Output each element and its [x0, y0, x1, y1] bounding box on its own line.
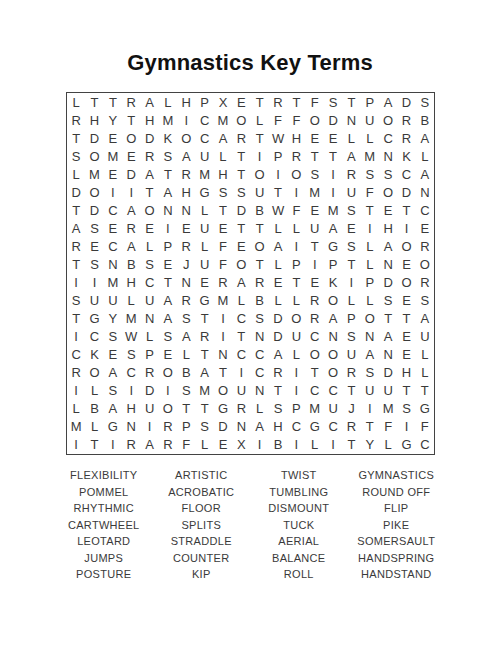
grid-cell: G — [195, 183, 213, 201]
grid-cell: E — [324, 129, 342, 147]
grid-cell: R — [159, 418, 177, 436]
grid-cell: L — [361, 129, 379, 147]
grid-cell: R — [342, 418, 360, 436]
grid-cell: T — [232, 328, 250, 346]
grid-cell: I — [232, 364, 250, 382]
grid-cell: R — [177, 237, 195, 255]
grid-cell: C — [104, 237, 122, 255]
grid-cell: T — [67, 201, 85, 219]
grid-cell: H — [379, 219, 397, 237]
grid-cell: R — [251, 273, 269, 291]
grid-cell: D — [67, 183, 85, 201]
grid-cell: I — [361, 219, 379, 237]
grid-cell: Y — [361, 436, 379, 454]
grid-cell: E — [397, 255, 415, 273]
grid-cell: E — [104, 165, 122, 183]
grid-cell: M — [324, 201, 342, 219]
word-list-item: SPLITS — [181, 520, 221, 531]
grid-cell: T — [342, 255, 360, 273]
grid-cell: T — [195, 310, 213, 328]
grid-cell: T — [85, 436, 103, 454]
grid-cell: F — [214, 237, 232, 255]
word-list-column: GYMNASTICSROUND OFFFLIPPIKESOMERSAULTHAN… — [348, 470, 446, 586]
grid-cell: D — [379, 364, 397, 382]
grid-cell: E — [140, 219, 158, 237]
grid-cell: G — [214, 400, 232, 418]
grid-cell: I — [251, 147, 269, 165]
grid-cell: R — [306, 310, 324, 328]
grid-cell: E — [104, 219, 122, 237]
grid-cell: Y — [104, 310, 122, 328]
grid-cell: T — [361, 418, 379, 436]
grid-cell: T — [342, 382, 360, 400]
grid-cell: L — [306, 436, 324, 454]
grid-cell: I — [159, 382, 177, 400]
grid-cell: L — [342, 129, 360, 147]
grid-cell: B — [85, 400, 103, 418]
grid-cell: A — [324, 310, 342, 328]
grid-cell: R — [214, 273, 232, 291]
grid-cell: T — [251, 129, 269, 147]
grid-cell: U — [232, 382, 250, 400]
grid-cell: T — [232, 147, 250, 165]
grid-cell: A — [104, 400, 122, 418]
grid-cell: N — [104, 255, 122, 273]
grid-cell: I — [324, 183, 342, 201]
grid-cell: A — [140, 93, 158, 111]
grid-cell: J — [342, 400, 360, 418]
grid-cell: R — [342, 165, 360, 183]
grid-cell: F — [287, 111, 305, 129]
grid-cell: W — [122, 328, 140, 346]
grid-cell: I — [342, 273, 360, 291]
grid-cell: F — [361, 183, 379, 201]
grid-cell: E — [177, 219, 195, 237]
grid-cell: I — [324, 165, 342, 183]
grid-cell: S — [269, 400, 287, 418]
grid-cell: M — [159, 111, 177, 129]
grid-cell: P — [361, 273, 379, 291]
word-list-item: STRADDLE — [171, 536, 232, 547]
grid-cell: O — [159, 400, 177, 418]
grid-cell: E — [159, 346, 177, 364]
word-list-item: AERIAL — [278, 536, 319, 547]
grid-cell: H — [122, 400, 140, 418]
grid-cell: E — [269, 273, 287, 291]
grid-cell: T — [122, 111, 140, 129]
grid-cell: L — [140, 328, 158, 346]
grid-cell: T — [306, 147, 324, 165]
grid-cell: I — [140, 418, 158, 436]
grid-cell: P — [361, 93, 379, 111]
grid-cell: L — [232, 292, 250, 310]
grid-cell: M — [67, 418, 85, 436]
grid-cell: C — [195, 111, 213, 129]
grid-cell: I — [67, 273, 85, 291]
grid-cell: E — [306, 201, 324, 219]
grid-cell: P — [140, 346, 158, 364]
grid-cell: G — [85, 310, 103, 328]
grid-cell: R — [195, 328, 213, 346]
grid-cell: O — [214, 382, 232, 400]
grid-cell: I — [287, 183, 305, 201]
grid-cell: R — [306, 292, 324, 310]
grid-cell: N — [177, 201, 195, 219]
grid-cell: E — [195, 273, 213, 291]
word-list-item: JUMPS — [84, 553, 123, 564]
grid-cell: S — [416, 292, 434, 310]
grid-cell: D — [122, 165, 140, 183]
grid-cell: O — [251, 165, 269, 183]
grid-cell: L — [361, 237, 379, 255]
grid-cell: R — [416, 237, 434, 255]
grid-cell: L — [85, 382, 103, 400]
grid-cell: U — [195, 255, 213, 273]
grid-cell: S — [214, 183, 232, 201]
grid-cell: N — [232, 418, 250, 436]
grid-cell: T — [159, 273, 177, 291]
grid-cell: O — [397, 273, 415, 291]
grid-cell: C — [67, 346, 85, 364]
grid-cell: S — [104, 328, 122, 346]
grid-cell: L — [159, 93, 177, 111]
grid-cell: N — [159, 201, 177, 219]
grid-cell: N — [342, 111, 360, 129]
grid-cell: S — [232, 183, 250, 201]
grid-cell: T — [287, 273, 305, 291]
grid-cell: A — [140, 165, 158, 183]
grid-cell: I — [67, 436, 85, 454]
grid-cell: D — [397, 183, 415, 201]
grid-cell: M — [361, 147, 379, 165]
grid-cell: O — [140, 201, 158, 219]
grid-cell: M — [306, 400, 324, 418]
grid-cell: T — [397, 201, 415, 219]
grid-cell: C — [140, 273, 158, 291]
grid-cell: U — [140, 292, 158, 310]
word-list-item: FLOOR — [182, 503, 221, 514]
grid-cell: A — [361, 346, 379, 364]
grid-cell: S — [122, 346, 140, 364]
grid-cell: M — [379, 400, 397, 418]
grid-cell: S — [324, 93, 342, 111]
word-list-column: TWISTTUMBLINGDISMOUNTTUCKAERIALBALANCERO… — [250, 470, 348, 586]
grid-cell: I — [306, 255, 324, 273]
word-list-item: POMMEL — [79, 487, 128, 498]
grid-cell: S — [140, 255, 158, 273]
word-list-item: COUNTER — [173, 553, 230, 564]
grid-cell: T — [159, 165, 177, 183]
grid-cell: I — [67, 328, 85, 346]
grid-cell: E — [214, 436, 232, 454]
grid-cell: A — [379, 328, 397, 346]
grid-cell: C — [306, 328, 324, 346]
grid-cell: N — [140, 310, 158, 328]
grid-cell: T — [67, 255, 85, 273]
grid-cell: S — [361, 364, 379, 382]
grid-cell: L — [416, 364, 434, 382]
grid-cell: G — [195, 292, 213, 310]
grid-cell: A — [195, 364, 213, 382]
grid-cell: T — [251, 219, 269, 237]
grid-cell: X — [232, 436, 250, 454]
grid-cell: O — [324, 292, 342, 310]
grid-cell: T — [214, 201, 232, 219]
grid-cell: G — [306, 418, 324, 436]
grid-cell: N — [379, 346, 397, 364]
letter-grid: LTTRALHPXETRTFSTPADSRHYTHMICMOLFFODNUORB… — [66, 92, 435, 455]
grid-cell: I — [361, 400, 379, 418]
word-list-item: CARTWHEEL — [68, 520, 140, 531]
grid-cell: L — [122, 292, 140, 310]
grid-cell: B — [177, 364, 195, 382]
grid-cell: R — [122, 93, 140, 111]
grid-cell: U — [195, 147, 213, 165]
grid-cell: S — [67, 147, 85, 165]
grid-cell: O — [324, 364, 342, 382]
grid-cell: L — [195, 201, 213, 219]
grid-cell: E — [397, 328, 415, 346]
word-list-item: HANDSTAND — [361, 569, 431, 580]
grid-cell: I — [287, 237, 305, 255]
grid-cell: S — [67, 292, 85, 310]
grid-cell: N — [324, 328, 342, 346]
grid-cell: T — [195, 400, 213, 418]
grid-cell: E — [159, 255, 177, 273]
grid-cell: I — [104, 183, 122, 201]
grid-cell: C — [324, 382, 342, 400]
grid-cell: H — [214, 165, 232, 183]
grid-cell: L — [269, 255, 287, 273]
grid-cell: O — [379, 111, 397, 129]
grid-cell: U — [342, 183, 360, 201]
grid-cell: O — [397, 237, 415, 255]
grid-cell: T — [232, 219, 250, 237]
grid-cell: O — [251, 237, 269, 255]
grid-cell: N — [416, 183, 434, 201]
grid-cell: A — [122, 237, 140, 255]
grid-cell: U — [104, 292, 122, 310]
grid-cell: S — [306, 165, 324, 183]
grid-cell: A — [251, 418, 269, 436]
grid-cell: L — [67, 93, 85, 111]
grid-cell: J — [177, 255, 195, 273]
grid-cell: L — [416, 346, 434, 364]
grid-cell: R — [140, 147, 158, 165]
grid-cell: D — [85, 201, 103, 219]
grid-cell: T — [251, 93, 269, 111]
grid-cell: M — [214, 111, 232, 129]
grid-cell: F — [416, 418, 434, 436]
grid-cell: W — [269, 201, 287, 219]
grid-cell: T — [85, 93, 103, 111]
grid-cell: C — [287, 418, 305, 436]
word-list-item: TWIST — [281, 470, 317, 481]
grid-cell: T — [67, 129, 85, 147]
grid-cell: N — [177, 273, 195, 291]
grid-cell: I — [67, 382, 85, 400]
grid-cell: M — [104, 273, 122, 291]
grid-cell: F — [306, 93, 324, 111]
grid-cell: A — [214, 129, 232, 147]
grid-cell: B — [416, 111, 434, 129]
grid-cell: I — [287, 436, 305, 454]
grid-cell: O — [232, 255, 250, 273]
grid-cell: A — [177, 328, 195, 346]
word-list-column: FLEXIBILITYPOMMELRHYTHMICCARTWHEELLEOTAR… — [55, 470, 153, 586]
grid-cell: A — [342, 147, 360, 165]
grid-cell: K — [159, 129, 177, 147]
grid-cell: T — [177, 400, 195, 418]
grid-cell: C — [397, 165, 415, 183]
grid-cell: E — [85, 237, 103, 255]
grid-cell: A — [324, 219, 342, 237]
grid-cell: O — [306, 111, 324, 129]
grid-cell: O — [159, 364, 177, 382]
word-list-item: FLIP — [384, 503, 408, 514]
grid-cell: C — [251, 346, 269, 364]
grid-cell: S — [379, 165, 397, 183]
word-list-item: DISMOUNT — [268, 503, 329, 514]
grid-cell: S — [342, 237, 360, 255]
word-list-item: TUMBLING — [269, 487, 328, 498]
grid-cell: O — [324, 346, 342, 364]
grid-cell: S — [342, 201, 360, 219]
grid-cell: O — [416, 255, 434, 273]
puzzle-title: Gymnastics Key Terms — [0, 50, 500, 76]
grid-cell: S — [177, 382, 195, 400]
grid-cell: M — [122, 310, 140, 328]
grid-cell: S — [361, 165, 379, 183]
grid-cell: A — [379, 93, 397, 111]
grid-cell: C — [416, 201, 434, 219]
grid-cell: D — [269, 328, 287, 346]
grid-cell: T — [361, 201, 379, 219]
grid-cell: H — [287, 129, 305, 147]
grid-cell: T — [379, 310, 397, 328]
grid-cell: T — [232, 165, 250, 183]
grid-cell: R — [122, 219, 140, 237]
grid-cell: E — [306, 129, 324, 147]
grid-cell: T — [140, 183, 158, 201]
grid-cell: D — [85, 129, 103, 147]
grid-cell: U — [140, 400, 158, 418]
grid-cell: T — [251, 255, 269, 273]
grid-cell: L — [195, 237, 213, 255]
grid-cell: R — [342, 364, 360, 382]
grid-cell: T — [324, 147, 342, 165]
word-list-item: ARTISTIC — [175, 470, 227, 481]
grid-cell: D — [324, 111, 342, 129]
grid-cell: K — [85, 346, 103, 364]
grid-cell: S — [159, 328, 177, 346]
grid-cell: L — [269, 292, 287, 310]
grid-cell: M — [195, 382, 213, 400]
word-list-item: POSTURE — [76, 569, 131, 580]
grid-cell: U — [361, 111, 379, 129]
grid-cell: S — [159, 147, 177, 165]
grid-cell: R — [159, 436, 177, 454]
grid-cell: M — [85, 165, 103, 183]
grid-cell: R — [397, 111, 415, 129]
grid-cell: P — [342, 310, 360, 328]
word-list-item: FLEXIBILITY — [70, 470, 138, 481]
grid-cell: F — [269, 111, 287, 129]
grid-cell: U — [324, 400, 342, 418]
grid-cell: E — [306, 273, 324, 291]
grid-cell: B — [251, 201, 269, 219]
grid-cell: C — [232, 346, 250, 364]
grid-cell: P — [287, 400, 305, 418]
grid-cell: N — [361, 328, 379, 346]
grid-cell: P — [177, 418, 195, 436]
grid-cell: N — [251, 382, 269, 400]
grid-cell: L — [67, 400, 85, 418]
grid-cell: G — [104, 418, 122, 436]
grid-cell: C — [122, 364, 140, 382]
grid-cell: A — [177, 147, 195, 165]
grid-cell: A — [159, 183, 177, 201]
grid-cell: N — [379, 147, 397, 165]
grid-cell: D — [397, 93, 415, 111]
grid-cell: O — [361, 310, 379, 328]
grid-cell: B — [269, 436, 287, 454]
grid-cell: I — [159, 219, 177, 237]
grid-cell: T — [269, 183, 287, 201]
grid-cell: O — [379, 183, 397, 201]
grid-cell: R — [269, 93, 287, 111]
word-list-item: GYMNASTICS — [358, 470, 434, 481]
grid-cell: E — [397, 346, 415, 364]
grid-cell: A — [379, 237, 397, 255]
grid-cell: O — [85, 364, 103, 382]
grid-cell: T — [397, 310, 415, 328]
grid-cell: I — [85, 273, 103, 291]
grid-cell: U — [195, 219, 213, 237]
word-list-item: BALANCE — [272, 553, 325, 564]
grid-cell: A — [269, 346, 287, 364]
grid-cell: R — [67, 111, 85, 129]
grid-cell: A — [269, 237, 287, 255]
grid-cell: T — [67, 310, 85, 328]
grid-cell: I — [269, 165, 287, 183]
grid-cell: R — [416, 273, 434, 291]
grid-cell: L — [269, 219, 287, 237]
grid-cell: I — [104, 436, 122, 454]
grid-cell: H — [122, 273, 140, 291]
grid-cell: U — [379, 382, 397, 400]
grid-cell: G — [397, 436, 415, 454]
grid-cell: A — [67, 219, 85, 237]
grid-cell: O — [287, 165, 305, 183]
word-list-column: ARTISTICACROBATICFLOORSPLITSSTRADDLECOUN… — [153, 470, 251, 586]
grid-cell: R — [67, 364, 85, 382]
grid-cell: L — [214, 147, 232, 165]
grid-cell: O — [232, 111, 250, 129]
grid-cell: P — [159, 237, 177, 255]
word-search-worksheet: Gymnastics Key Terms LTTRALHPXETRTFSTPAD… — [0, 0, 500, 647]
grid-cell: L — [251, 400, 269, 418]
grid-cell: N — [379, 255, 397, 273]
grid-cell: C — [306, 382, 324, 400]
word-list-item: HANDSPRING — [358, 553, 434, 564]
grid-cell: K — [397, 147, 415, 165]
grid-cell: E — [104, 129, 122, 147]
grid-cell: T — [104, 93, 122, 111]
grid-cell: P — [324, 255, 342, 273]
grid-cell: C — [251, 364, 269, 382]
grid-cell: U — [306, 219, 324, 237]
